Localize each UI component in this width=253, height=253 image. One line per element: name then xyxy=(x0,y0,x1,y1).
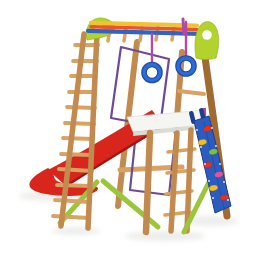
strap-wrap xyxy=(183,19,184,34)
bracket-hole xyxy=(202,30,212,40)
ladder-rung xyxy=(57,185,91,186)
top-bar-yellow xyxy=(91,23,197,26)
ladder-rail-right xyxy=(88,34,97,228)
ladder-rung xyxy=(59,169,92,171)
center-front-leg xyxy=(146,133,150,232)
ladder-rung xyxy=(61,154,92,155)
ladder-rung xyxy=(67,107,95,108)
ladder-rung xyxy=(65,123,94,124)
bracket-right xyxy=(195,22,219,60)
ladder-rung xyxy=(63,138,93,139)
ladder-rung xyxy=(53,216,89,218)
climbing-frame-photo xyxy=(0,0,253,253)
ladder-rung xyxy=(55,200,90,202)
right-upper-rung xyxy=(179,91,204,94)
blue-climbing-ramp xyxy=(189,108,231,213)
ladder-rail xyxy=(171,133,177,231)
climbing-frame-illustration xyxy=(0,0,253,253)
